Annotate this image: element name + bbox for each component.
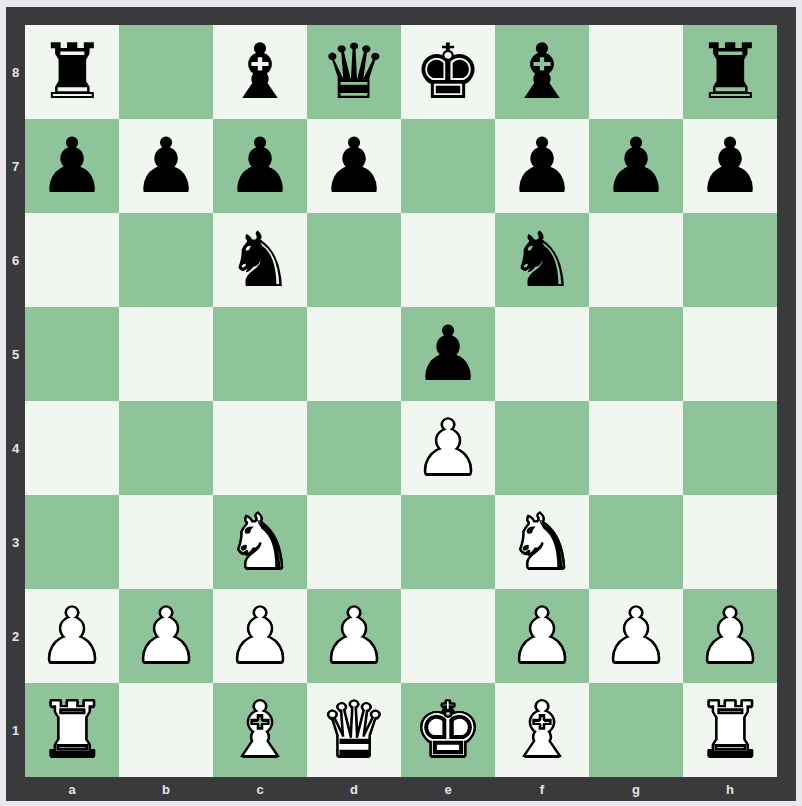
- square-c3[interactable]: ♞: [213, 495, 307, 589]
- square-d4[interactable]: [307, 401, 401, 495]
- rank-label-4: 4: [6, 401, 25, 495]
- piece-white-bishop[interactable]: ♝: [226, 683, 294, 777]
- file-label-h: h: [683, 777, 777, 801]
- square-d1[interactable]: ♛: [307, 683, 401, 777]
- square-d7[interactable]: ♟: [307, 119, 401, 213]
- square-g4[interactable]: [589, 401, 683, 495]
- square-d3[interactable]: [307, 495, 401, 589]
- square-b5[interactable]: [119, 307, 213, 401]
- square-e2[interactable]: [401, 589, 495, 683]
- rank-label-1: 1: [6, 683, 25, 777]
- piece-black-pawn[interactable]: ♟: [320, 119, 388, 213]
- square-h3[interactable]: [683, 495, 777, 589]
- file-label-b: b: [119, 777, 213, 801]
- square-c2[interactable]: ♟: [213, 589, 307, 683]
- square-a4[interactable]: [25, 401, 119, 495]
- piece-black-rook[interactable]: ♜: [38, 25, 106, 119]
- square-a1[interactable]: ♜: [25, 683, 119, 777]
- piece-black-queen[interactable]: ♛: [320, 25, 388, 119]
- piece-white-bishop[interactable]: ♝: [508, 683, 576, 777]
- file-labels: abcdefgh: [25, 777, 777, 801]
- square-h7[interactable]: ♟: [683, 119, 777, 213]
- square-c8[interactable]: ♝: [213, 25, 307, 119]
- piece-black-knight[interactable]: ♞: [508, 213, 576, 307]
- file-label-c: c: [213, 777, 307, 801]
- square-d5[interactable]: [307, 307, 401, 401]
- piece-white-knight[interactable]: ♞: [508, 495, 576, 589]
- square-g3[interactable]: [589, 495, 683, 589]
- square-a3[interactable]: [25, 495, 119, 589]
- square-g1[interactable]: [589, 683, 683, 777]
- piece-white-pawn[interactable]: ♟: [320, 589, 388, 683]
- square-c1[interactable]: ♝: [213, 683, 307, 777]
- square-e6[interactable]: [401, 213, 495, 307]
- piece-black-knight[interactable]: ♞: [226, 213, 294, 307]
- piece-white-rook[interactable]: ♜: [696, 683, 764, 777]
- piece-black-pawn[interactable]: ♟: [226, 119, 294, 213]
- rank-label-2: 2: [6, 589, 25, 683]
- piece-black-pawn[interactable]: ♟: [508, 119, 576, 213]
- piece-black-king[interactable]: ♚: [414, 25, 482, 119]
- square-b4[interactable]: [119, 401, 213, 495]
- rank-label-3: 3: [6, 495, 25, 589]
- square-f4[interactable]: [495, 401, 589, 495]
- square-d6[interactable]: [307, 213, 401, 307]
- square-h8[interactable]: ♜: [683, 25, 777, 119]
- square-f2[interactable]: ♟: [495, 589, 589, 683]
- square-b6[interactable]: [119, 213, 213, 307]
- piece-white-queen[interactable]: ♛: [320, 683, 388, 777]
- square-c6[interactable]: ♞: [213, 213, 307, 307]
- square-b1[interactable]: [119, 683, 213, 777]
- square-a8[interactable]: ♜: [25, 25, 119, 119]
- square-g5[interactable]: [589, 307, 683, 401]
- square-h5[interactable]: [683, 307, 777, 401]
- square-e4[interactable]: ♟: [401, 401, 495, 495]
- piece-black-pawn[interactable]: ♟: [696, 119, 764, 213]
- square-a5[interactable]: [25, 307, 119, 401]
- square-h2[interactable]: ♟: [683, 589, 777, 683]
- rank-labels: 87654321: [6, 25, 25, 777]
- piece-black-pawn[interactable]: ♟: [414, 307, 482, 401]
- square-f3[interactable]: ♞: [495, 495, 589, 589]
- piece-black-bishop[interactable]: ♝: [508, 25, 576, 119]
- rank-label-8: 8: [6, 25, 25, 119]
- square-g8[interactable]: [589, 25, 683, 119]
- square-a6[interactable]: [25, 213, 119, 307]
- square-b2[interactable]: ♟: [119, 589, 213, 683]
- square-f7[interactable]: ♟: [495, 119, 589, 213]
- square-a7[interactable]: ♟: [25, 119, 119, 213]
- square-e1[interactable]: ♚: [401, 683, 495, 777]
- page-background: 87654321 ♜♝♛♚♝♜♟♟♟♟♟♟♟♞♞♟♟♞♞♟♟♟♟♟♟♟♜♝♛♚♝…: [0, 0, 802, 806]
- square-e7[interactable]: [401, 119, 495, 213]
- file-label-f: f: [495, 777, 589, 801]
- piece-white-pawn[interactable]: ♟: [696, 589, 764, 683]
- file-label-g: g: [589, 777, 683, 801]
- rank-label-6: 6: [6, 213, 25, 307]
- square-e5[interactable]: ♟: [401, 307, 495, 401]
- piece-white-pawn[interactable]: ♟: [132, 589, 200, 683]
- piece-black-pawn[interactable]: ♟: [132, 119, 200, 213]
- piece-black-pawn[interactable]: ♟: [602, 119, 670, 213]
- square-h1[interactable]: ♜: [683, 683, 777, 777]
- square-b8[interactable]: [119, 25, 213, 119]
- square-g2[interactable]: ♟: [589, 589, 683, 683]
- file-label-a: a: [25, 777, 119, 801]
- piece-white-knight[interactable]: ♞: [226, 495, 294, 589]
- piece-black-bishop[interactable]: ♝: [226, 25, 294, 119]
- piece-white-pawn[interactable]: ♟: [414, 401, 482, 495]
- square-g7[interactable]: ♟: [589, 119, 683, 213]
- square-b3[interactable]: [119, 495, 213, 589]
- square-c7[interactable]: ♟: [213, 119, 307, 213]
- rank-label-5: 5: [6, 307, 25, 401]
- square-h4[interactable]: [683, 401, 777, 495]
- square-e3[interactable]: [401, 495, 495, 589]
- square-h6[interactable]: [683, 213, 777, 307]
- board-frame: 87654321 ♜♝♛♚♝♜♟♟♟♟♟♟♟♞♞♟♟♞♞♟♟♟♟♟♟♟♜♝♛♚♝…: [6, 7, 796, 801]
- file-label-d: d: [307, 777, 401, 801]
- square-g6[interactable]: [589, 213, 683, 307]
- rank-label-7: 7: [6, 119, 25, 213]
- square-f1[interactable]: ♝: [495, 683, 589, 777]
- piece-white-pawn[interactable]: ♟: [602, 589, 670, 683]
- piece-white-rook[interactable]: ♜: [38, 683, 106, 777]
- piece-white-pawn[interactable]: ♟: [508, 589, 576, 683]
- square-d8[interactable]: ♛: [307, 25, 401, 119]
- square-e8[interactable]: ♚: [401, 25, 495, 119]
- piece-white-pawn[interactable]: ♟: [38, 589, 106, 683]
- file-label-e: e: [401, 777, 495, 801]
- piece-white-king[interactable]: ♚: [414, 683, 482, 777]
- square-f5[interactable]: [495, 307, 589, 401]
- piece-black-rook[interactable]: ♜: [696, 25, 764, 119]
- piece-white-pawn[interactable]: ♟: [226, 589, 294, 683]
- board: ♜♝♛♚♝♜♟♟♟♟♟♟♟♞♞♟♟♞♞♟♟♟♟♟♟♟♜♝♛♚♝♜: [25, 25, 777, 777]
- square-f6[interactable]: ♞: [495, 213, 589, 307]
- square-a2[interactable]: ♟: [25, 589, 119, 683]
- piece-black-pawn[interactable]: ♟: [38, 119, 106, 213]
- square-c5[interactable]: [213, 307, 307, 401]
- square-c4[interactable]: [213, 401, 307, 495]
- square-b7[interactable]: ♟: [119, 119, 213, 213]
- square-d2[interactable]: ♟: [307, 589, 401, 683]
- square-f8[interactable]: ♝: [495, 25, 589, 119]
